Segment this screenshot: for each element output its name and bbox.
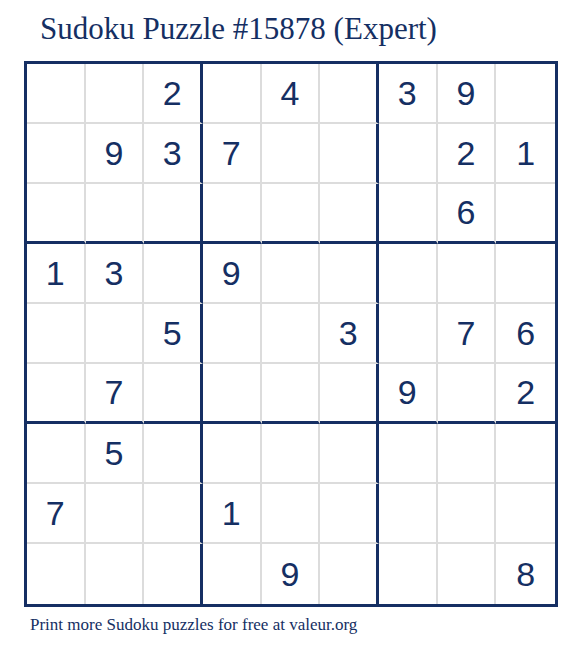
cell-r5c1 (27, 304, 86, 364)
cell-r5c7 (379, 304, 438, 364)
cell-r2c6 (320, 124, 379, 184)
cell-r2c9: 1 (496, 124, 555, 184)
cell-r9c9: 8 (496, 544, 555, 604)
cell-r2c1 (27, 124, 86, 184)
cell-r6c6 (320, 364, 379, 424)
cell-r3c7 (379, 184, 438, 244)
cell-r9c2 (86, 544, 145, 604)
cell-r7c8 (438, 424, 497, 484)
cell-r6c3 (144, 364, 203, 424)
cell-r4c2: 3 (86, 244, 145, 304)
cell-r4c7 (379, 244, 438, 304)
cell-r4c3 (144, 244, 203, 304)
cell-r7c7 (379, 424, 438, 484)
cell-r1c9 (496, 64, 555, 124)
cell-r6c2: 7 (86, 364, 145, 424)
cell-r4c6 (320, 244, 379, 304)
cell-r2c8: 2 (438, 124, 497, 184)
cell-r8c6 (320, 484, 379, 544)
cell-r9c3 (144, 544, 203, 604)
cell-r5c4 (203, 304, 262, 364)
cell-r4c4: 9 (203, 244, 262, 304)
cell-r5c3: 5 (144, 304, 203, 364)
cell-r8c2 (86, 484, 145, 544)
cell-r9c4 (203, 544, 262, 604)
cell-r5c9: 6 (496, 304, 555, 364)
cell-r9c7 (379, 544, 438, 604)
cell-r7c5 (262, 424, 321, 484)
cell-r2c4: 7 (203, 124, 262, 184)
cell-r6c7: 9 (379, 364, 438, 424)
cell-r8c4: 1 (203, 484, 262, 544)
cell-r6c4 (203, 364, 262, 424)
cell-r8c7 (379, 484, 438, 544)
cell-r2c7 (379, 124, 438, 184)
cell-r3c5 (262, 184, 321, 244)
cell-r7c9 (496, 424, 555, 484)
cell-r3c1 (27, 184, 86, 244)
page-title: Sudoku Puzzle #15878 (Expert) (40, 10, 437, 47)
cell-r5c5 (262, 304, 321, 364)
cell-r7c6 (320, 424, 379, 484)
cell-r1c1 (27, 64, 86, 124)
cell-r6c5 (262, 364, 321, 424)
cell-r7c2: 5 (86, 424, 145, 484)
cell-r1c6 (320, 64, 379, 124)
sudoku-grid: 2439937216139537679257198 (24, 61, 558, 607)
cell-r1c4 (203, 64, 262, 124)
footer-text: Print more Sudoku puzzles for free at va… (30, 615, 357, 635)
cell-r7c1 (27, 424, 86, 484)
cell-r8c8 (438, 484, 497, 544)
cell-r1c8: 9 (438, 64, 497, 124)
cell-r7c3 (144, 424, 203, 484)
cell-r9c6 (320, 544, 379, 604)
sudoku-page: Sudoku Puzzle #15878 (Expert) 2439937216… (0, 0, 580, 651)
cell-r3c4 (203, 184, 262, 244)
cell-r2c2: 9 (86, 124, 145, 184)
cell-r4c8 (438, 244, 497, 304)
cell-r2c5 (262, 124, 321, 184)
cell-r6c8 (438, 364, 497, 424)
cell-r9c1 (27, 544, 86, 604)
cell-r3c2 (86, 184, 145, 244)
cell-r8c5 (262, 484, 321, 544)
cell-r3c3 (144, 184, 203, 244)
cell-r3c8: 6 (438, 184, 497, 244)
cell-r5c2 (86, 304, 145, 364)
cell-r1c5: 4 (262, 64, 321, 124)
cell-r5c6: 3 (320, 304, 379, 364)
cell-r8c3 (144, 484, 203, 544)
cell-r5c8: 7 (438, 304, 497, 364)
cell-r3c9 (496, 184, 555, 244)
cell-r1c7: 3 (379, 64, 438, 124)
cell-r7c4 (203, 424, 262, 484)
cell-r9c5: 9 (262, 544, 321, 604)
cell-r6c9: 2 (496, 364, 555, 424)
cell-r1c2 (86, 64, 145, 124)
cell-r1c3: 2 (144, 64, 203, 124)
cell-r8c9 (496, 484, 555, 544)
cell-r6c1 (27, 364, 86, 424)
cell-r9c8 (438, 544, 497, 604)
cell-r8c1: 7 (27, 484, 86, 544)
cell-r2c3: 3 (144, 124, 203, 184)
cell-r4c9 (496, 244, 555, 304)
cell-r4c1: 1 (27, 244, 86, 304)
cell-r3c6 (320, 184, 379, 244)
cell-r4c5 (262, 244, 321, 304)
